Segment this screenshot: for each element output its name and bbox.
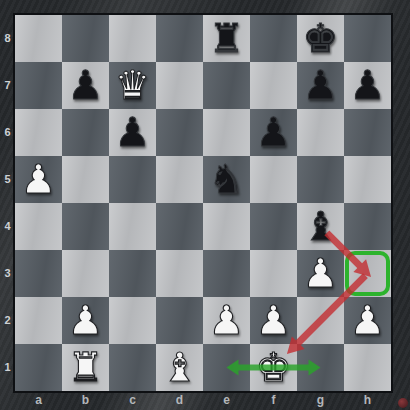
square-f7[interactable] <box>250 62 297 109</box>
square-f8[interactable] <box>250 15 297 62</box>
piece-white-pawn-h2[interactable]: ♟ <box>350 297 386 344</box>
square-h2[interactable]: ♟ <box>344 297 391 344</box>
square-e2[interactable]: ♟ <box>203 297 250 344</box>
square-c7[interactable]: ♛ <box>109 62 156 109</box>
file-label-f: f <box>250 391 297 410</box>
piece-white-king-f1[interactable]: ♚ <box>256 344 292 391</box>
square-b3[interactable] <box>62 250 109 297</box>
square-c2[interactable] <box>109 297 156 344</box>
square-d5[interactable] <box>156 156 203 203</box>
rank-label-3: 3 <box>0 250 15 297</box>
piece-white-queen-c7[interactable]: ♛ <box>115 62 151 109</box>
square-g2[interactable] <box>297 297 344 344</box>
piece-black-rook-e8[interactable]: ♜ <box>209 15 245 62</box>
square-b5[interactable] <box>62 156 109 203</box>
rank-label-7: 7 <box>0 62 15 109</box>
piece-black-pawn-f6[interactable]: ♟ <box>256 109 292 156</box>
square-g6[interactable] <box>297 109 344 156</box>
piece-black-bishop-g4[interactable]: ♝ <box>303 203 339 250</box>
rank-label-2: 2 <box>0 297 15 344</box>
square-d2[interactable] <box>156 297 203 344</box>
file-label-h: h <box>344 391 391 410</box>
square-a1[interactable] <box>15 344 62 391</box>
rank-label-1: 1 <box>0 344 15 391</box>
square-b4[interactable] <box>62 203 109 250</box>
square-h5[interactable] <box>344 156 391 203</box>
square-d8[interactable] <box>156 15 203 62</box>
square-e4[interactable] <box>203 203 250 250</box>
piece-white-rook-b1[interactable]: ♜ <box>68 344 104 391</box>
square-d4[interactable] <box>156 203 203 250</box>
square-b6[interactable] <box>62 109 109 156</box>
square-f5[interactable] <box>250 156 297 203</box>
piece-white-pawn-b2[interactable]: ♟ <box>68 297 104 344</box>
file-label-a: a <box>15 391 62 410</box>
square-b7[interactable]: ♟ <box>62 62 109 109</box>
square-h4[interactable] <box>344 203 391 250</box>
piece-white-pawn-f2[interactable]: ♟ <box>256 297 292 344</box>
file-label-d: d <box>156 391 203 410</box>
square-h3[interactable] <box>344 250 391 297</box>
square-f1[interactable]: ♚ <box>250 344 297 391</box>
square-a2[interactable] <box>15 297 62 344</box>
square-g4[interactable]: ♝ <box>297 203 344 250</box>
square-c6[interactable]: ♟ <box>109 109 156 156</box>
frame-texture-dot <box>398 398 408 408</box>
square-g3[interactable]: ♟ <box>297 250 344 297</box>
square-a4[interactable] <box>15 203 62 250</box>
square-c4[interactable] <box>109 203 156 250</box>
chess-board: ♜♚♟♛♟♟♟♟♟♞♝♟♟♟♟♟♜♝♚ <box>15 15 391 391</box>
piece-black-pawn-b7[interactable]: ♟ <box>68 62 104 109</box>
piece-black-king-g8[interactable]: ♚ <box>303 15 339 62</box>
square-b1[interactable]: ♜ <box>62 344 109 391</box>
square-f6[interactable]: ♟ <box>250 109 297 156</box>
square-g1[interactable] <box>297 344 344 391</box>
square-b8[interactable] <box>62 15 109 62</box>
square-e3[interactable] <box>203 250 250 297</box>
square-g5[interactable] <box>297 156 344 203</box>
file-label-c: c <box>109 391 156 410</box>
square-c3[interactable] <box>109 250 156 297</box>
square-e1[interactable] <box>203 344 250 391</box>
square-c5[interactable] <box>109 156 156 203</box>
square-h8[interactable] <box>344 15 391 62</box>
rank-label-6: 6 <box>0 109 15 156</box>
square-a6[interactable] <box>15 109 62 156</box>
square-c1[interactable] <box>109 344 156 391</box>
square-h7[interactable]: ♟ <box>344 62 391 109</box>
file-label-g: g <box>297 391 344 410</box>
square-c8[interactable] <box>109 15 156 62</box>
square-b2[interactable]: ♟ <box>62 297 109 344</box>
piece-black-pawn-c6[interactable]: ♟ <box>115 109 151 156</box>
square-d6[interactable] <box>156 109 203 156</box>
square-a8[interactable] <box>15 15 62 62</box>
square-h1[interactable] <box>344 344 391 391</box>
square-e6[interactable] <box>203 109 250 156</box>
square-h6[interactable] <box>344 109 391 156</box>
rank-label-5: 5 <box>0 156 15 203</box>
chess-board-frame: ♜♚♟♛♟♟♟♟♟♞♝♟♟♟♟♟♜♝♚ 87654321 abcdefgh <box>0 0 410 410</box>
rank-label-8: 8 <box>0 15 15 62</box>
square-a7[interactable] <box>15 62 62 109</box>
square-f2[interactable]: ♟ <box>250 297 297 344</box>
highlight-square-h3 <box>345 251 390 296</box>
square-g7[interactable]: ♟ <box>297 62 344 109</box>
piece-white-pawn-a5[interactable]: ♟ <box>21 156 57 203</box>
square-f3[interactable] <box>250 250 297 297</box>
square-g8[interactable]: ♚ <box>297 15 344 62</box>
piece-black-knight-e5[interactable]: ♞ <box>209 156 245 203</box>
square-d1[interactable]: ♝ <box>156 344 203 391</box>
piece-white-pawn-e2[interactable]: ♟ <box>209 297 245 344</box>
square-e8[interactable]: ♜ <box>203 15 250 62</box>
square-a5[interactable]: ♟ <box>15 156 62 203</box>
piece-black-pawn-h7[interactable]: ♟ <box>350 62 386 109</box>
piece-white-bishop-d1[interactable]: ♝ <box>162 344 198 391</box>
square-f4[interactable] <box>250 203 297 250</box>
square-d3[interactable] <box>156 250 203 297</box>
piece-black-pawn-g7[interactable]: ♟ <box>303 62 339 109</box>
square-e5[interactable]: ♞ <box>203 156 250 203</box>
file-label-e: e <box>203 391 250 410</box>
square-d7[interactable] <box>156 62 203 109</box>
piece-white-pawn-g3[interactable]: ♟ <box>303 250 339 297</box>
file-label-b: b <box>62 391 109 410</box>
square-a3[interactable] <box>15 250 62 297</box>
square-e7[interactable] <box>203 62 250 109</box>
rank-label-4: 4 <box>0 203 15 250</box>
